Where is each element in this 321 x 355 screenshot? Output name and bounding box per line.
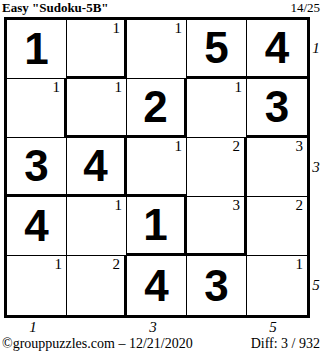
copyright-date: ©grouppuzzles.com – 12/21/2020 [2, 336, 193, 352]
row-label-1: 1 [309, 41, 321, 56]
cell-r2c2[interactable]: 1 [67, 79, 127, 138]
given-digit: 4 [265, 26, 289, 70]
cell-r2c5: 3 [247, 79, 307, 138]
cell-r2c1[interactable]: 1 [7, 79, 67, 138]
row-label-3: 3 [309, 160, 321, 175]
given-digit: 3 [265, 85, 289, 129]
cell-r1c4: 5 [187, 20, 247, 79]
pencil-mark: 1 [296, 256, 304, 273]
pencil-mark: 3 [233, 197, 241, 214]
difficulty-text: Diff: 3 / 932 [251, 336, 320, 352]
cell-r3c5[interactable]: 3 [247, 138, 307, 197]
pencil-mark: 1 [175, 20, 183, 37]
cell-r4c1: 4 [7, 197, 67, 256]
cell-r5c2[interactable]: 2 [67, 256, 127, 315]
cell-r3c1: 3 [7, 138, 67, 197]
cell-r3c4[interactable]: 2 [187, 138, 247, 197]
pencil-mark: 1 [115, 79, 123, 96]
col-label-5: 5 [266, 320, 280, 335]
cell-r1c5: 4 [247, 20, 307, 79]
given-digit: 4 [83, 144, 107, 188]
given-digit: 2 [143, 85, 167, 129]
col-label-1: 1 [26, 320, 40, 335]
puzzle-title: Easy "Sudoku-5B" [2, 0, 109, 16]
given-digit: 4 [144, 264, 168, 308]
cell-r2c4[interactable]: 1 [187, 79, 247, 138]
pencil-mark: 1 [55, 256, 63, 273]
col-label-3: 3 [146, 320, 160, 335]
board: 1115411213341234113212431 [4, 17, 310, 318]
given-digit: 3 [204, 264, 228, 308]
row-label-5: 5 [309, 278, 321, 293]
pencil-mark: 1 [53, 79, 61, 96]
pencil-mark: 1 [113, 20, 121, 37]
pencil-mark: 1 [175, 138, 183, 155]
pencil-mark: 2 [113, 256, 121, 273]
given-digit: 3 [24, 144, 48, 188]
cell-r4c5[interactable]: 2 [247, 197, 307, 256]
puzzle-counter: 14/25 [290, 0, 320, 16]
cell-r5c4: 3 [187, 256, 247, 315]
given-digit: 5 [204, 26, 228, 70]
cell-r5c3: 4 [127, 256, 187, 315]
cell-r5c5[interactable]: 1 [247, 256, 307, 315]
cell-r2c3: 2 [127, 79, 187, 138]
cell-r4c2[interactable]: 1 [67, 197, 127, 256]
cell-r4c4[interactable]: 3 [187, 197, 247, 256]
cell-r5c1[interactable]: 1 [7, 256, 67, 315]
pencil-mark: 1 [115, 197, 123, 214]
given-digit: 1 [143, 203, 167, 247]
pencil-mark: 1 [235, 79, 243, 96]
given-digit: 1 [24, 27, 48, 71]
cell-r4c3: 1 [127, 197, 187, 256]
given-digit: 4 [24, 204, 48, 248]
cell-r1c3[interactable]: 1 [127, 20, 187, 79]
cell-r1c2[interactable]: 1 [67, 20, 127, 79]
pencil-mark: 3 [296, 138, 304, 155]
cell-r3c2: 4 [67, 138, 127, 197]
cell-r3c3[interactable]: 1 [127, 138, 187, 197]
cell-r1c1: 1 [7, 20, 67, 79]
pencil-mark: 2 [233, 138, 241, 155]
pencil-mark: 2 [296, 197, 304, 214]
